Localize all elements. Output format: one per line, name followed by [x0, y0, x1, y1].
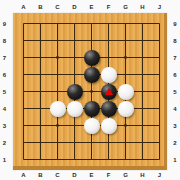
- coord-label-bottom-H: H: [140, 172, 144, 178]
- stone-white: [101, 118, 117, 134]
- intersection-J4[interactable]: [151, 100, 168, 117]
- stone-white: [84, 118, 100, 134]
- intersection-H2[interactable]: [134, 134, 151, 151]
- intersection-C3[interactable]: [49, 117, 66, 134]
- intersection-B1[interactable]: [32, 151, 49, 168]
- intersection-C9[interactable]: [49, 15, 66, 32]
- intersection-C5[interactable]: [49, 83, 66, 100]
- intersection-D2[interactable]: [66, 134, 83, 151]
- stone-white: [118, 101, 134, 117]
- intersection-G6[interactable]: [117, 66, 134, 83]
- coord-label-left-1: 1: [3, 157, 6, 163]
- coord-label-right-3: 3: [173, 123, 176, 129]
- intersection-D5[interactable]: [66, 83, 83, 100]
- intersection-A8[interactable]: [15, 32, 32, 49]
- intersection-H8[interactable]: [134, 32, 151, 49]
- intersection-A3[interactable]: [15, 117, 32, 134]
- intersection-B9[interactable]: [32, 15, 49, 32]
- intersection-F7[interactable]: [100, 49, 117, 66]
- intersection-D9[interactable]: [66, 15, 83, 32]
- intersection-E3[interactable]: [83, 117, 100, 134]
- coord-label-top-C: C: [55, 4, 59, 10]
- stone-black: [84, 50, 100, 66]
- intersection-G4[interactable]: [117, 100, 134, 117]
- coord-label-right-8: 8: [173, 38, 176, 44]
- stone-black: [84, 67, 100, 83]
- intersection-J6[interactable]: [151, 66, 168, 83]
- coord-label-bottom-C: C: [55, 172, 59, 178]
- intersection-D3[interactable]: [66, 117, 83, 134]
- intersection-F1[interactable]: [100, 151, 117, 168]
- intersection-J2[interactable]: [151, 134, 168, 151]
- intersection-C2[interactable]: [49, 134, 66, 151]
- intersection-C6[interactable]: [49, 66, 66, 83]
- stone-black: [84, 101, 100, 117]
- intersection-B6[interactable]: [32, 66, 49, 83]
- intersection-C4[interactable]: [49, 100, 66, 117]
- intersection-A7[interactable]: [15, 49, 32, 66]
- intersection-H4[interactable]: [134, 100, 151, 117]
- intersection-F5[interactable]: [100, 83, 117, 100]
- last-move-triangle-icon: [105, 87, 113, 94]
- coord-label-bottom-G: G: [123, 172, 128, 178]
- intersection-D1[interactable]: [66, 151, 83, 168]
- intersection-B4[interactable]: [32, 100, 49, 117]
- intersection-B5[interactable]: [32, 83, 49, 100]
- intersection-F4[interactable]: [100, 100, 117, 117]
- coord-label-top-B: B: [38, 4, 42, 10]
- stone-white: [67, 101, 83, 117]
- intersection-C8[interactable]: [49, 32, 66, 49]
- intersection-G9[interactable]: [117, 15, 134, 32]
- stone-black: [67, 84, 83, 100]
- intersection-G2[interactable]: [117, 134, 134, 151]
- intersection-B7[interactable]: [32, 49, 49, 66]
- intersection-E2[interactable]: [83, 134, 100, 151]
- intersection-F9[interactable]: [100, 15, 117, 32]
- intersection-G1[interactable]: [117, 151, 134, 168]
- coord-label-top-D: D: [72, 4, 76, 10]
- intersection-E9[interactable]: [83, 15, 100, 32]
- intersection-E1[interactable]: [83, 151, 100, 168]
- coord-label-top-H: H: [140, 4, 144, 10]
- go-board: [13, 13, 167, 170]
- coord-label-bottom-A: A: [21, 172, 25, 178]
- stone-white: [101, 67, 117, 83]
- intersection-A6[interactable]: [15, 66, 32, 83]
- stone-black: [101, 101, 117, 117]
- intersection-A4[interactable]: [15, 100, 32, 117]
- coord-label-bottom-D: D: [72, 172, 76, 178]
- coord-label-left-8: 8: [3, 38, 6, 44]
- intersection-D7[interactable]: [66, 49, 83, 66]
- coord-label-top-G: G: [123, 4, 128, 10]
- intersection-J3[interactable]: [151, 117, 168, 134]
- coord-label-bottom-F: F: [107, 172, 111, 178]
- intersection-J9[interactable]: [151, 15, 168, 32]
- coord-label-right-2: 2: [173, 140, 176, 146]
- intersection-C1[interactable]: [49, 151, 66, 168]
- intersection-J1[interactable]: [151, 151, 168, 168]
- intersection-B2[interactable]: [32, 134, 49, 151]
- coord-label-right-6: 6: [173, 72, 176, 78]
- intersection-H1[interactable]: [134, 151, 151, 168]
- coord-label-left-3: 3: [3, 123, 6, 129]
- coord-label-top-E: E: [89, 4, 93, 10]
- intersection-E8[interactable]: [83, 32, 100, 49]
- intersection-H7[interactable]: [134, 49, 151, 66]
- coord-label-bottom-J: J: [158, 172, 161, 178]
- intersection-A5[interactable]: [15, 83, 32, 100]
- coord-label-bottom-E: E: [89, 172, 93, 178]
- intersection-D6[interactable]: [66, 66, 83, 83]
- intersection-J5[interactable]: [151, 83, 168, 100]
- intersection-D8[interactable]: [66, 32, 83, 49]
- stone-black: [101, 84, 117, 100]
- intersection-F3[interactable]: [100, 117, 117, 134]
- intersection-H6[interactable]: [134, 66, 151, 83]
- intersection-E7[interactable]: [83, 49, 100, 66]
- intersection-E4[interactable]: [83, 100, 100, 117]
- coord-label-right-7: 7: [173, 55, 176, 61]
- intersection-G5[interactable]: [117, 83, 134, 100]
- stone-layer: [15, 15, 168, 168]
- coord-label-top-A: A: [21, 4, 25, 10]
- intersection-E6[interactable]: [83, 66, 100, 83]
- coord-label-right-4: 4: [173, 106, 176, 112]
- intersection-D4[interactable]: [66, 100, 83, 117]
- coord-label-right-9: 9: [173, 21, 176, 27]
- coord-label-right-5: 5: [173, 89, 176, 95]
- intersection-E5[interactable]: [83, 83, 100, 100]
- intersection-H5[interactable]: [134, 83, 151, 100]
- intersection-B8[interactable]: [32, 32, 49, 49]
- intersection-J8[interactable]: [151, 32, 168, 49]
- coord-label-left-7: 7: [3, 55, 6, 61]
- intersection-A2[interactable]: [15, 134, 32, 151]
- intersection-J7[interactable]: [151, 49, 168, 66]
- intersection-G8[interactable]: [117, 32, 134, 49]
- intersection-F6[interactable]: [100, 66, 117, 83]
- intersection-A9[interactable]: [15, 15, 32, 32]
- intersection-G3[interactable]: [117, 117, 134, 134]
- intersection-A1[interactable]: [15, 151, 32, 168]
- intersection-F2[interactable]: [100, 134, 117, 151]
- intersection-H9[interactable]: [134, 15, 151, 32]
- stone-white: [118, 84, 134, 100]
- intersection-H3[interactable]: [134, 117, 151, 134]
- coord-label-left-6: 6: [3, 72, 6, 78]
- intersection-G7[interactable]: [117, 49, 134, 66]
- intersection-B3[interactable]: [32, 117, 49, 134]
- coord-label-top-J: J: [158, 4, 161, 10]
- intersection-F8[interactable]: [100, 32, 117, 49]
- coord-label-left-9: 9: [3, 21, 6, 27]
- coord-label-left-4: 4: [3, 106, 6, 112]
- coord-label-left-5: 5: [3, 89, 6, 95]
- coord-label-right-1: 1: [173, 157, 176, 163]
- intersection-C7[interactable]: [49, 49, 66, 66]
- stone-white: [50, 101, 66, 117]
- coord-label-left-2: 2: [3, 140, 6, 146]
- coord-label-bottom-B: B: [38, 172, 42, 178]
- go-board-screen: AA99BB88CC77DD66EE55FF44GG33HH22JJ11: [0, 0, 180, 180]
- coord-label-top-F: F: [107, 4, 111, 10]
